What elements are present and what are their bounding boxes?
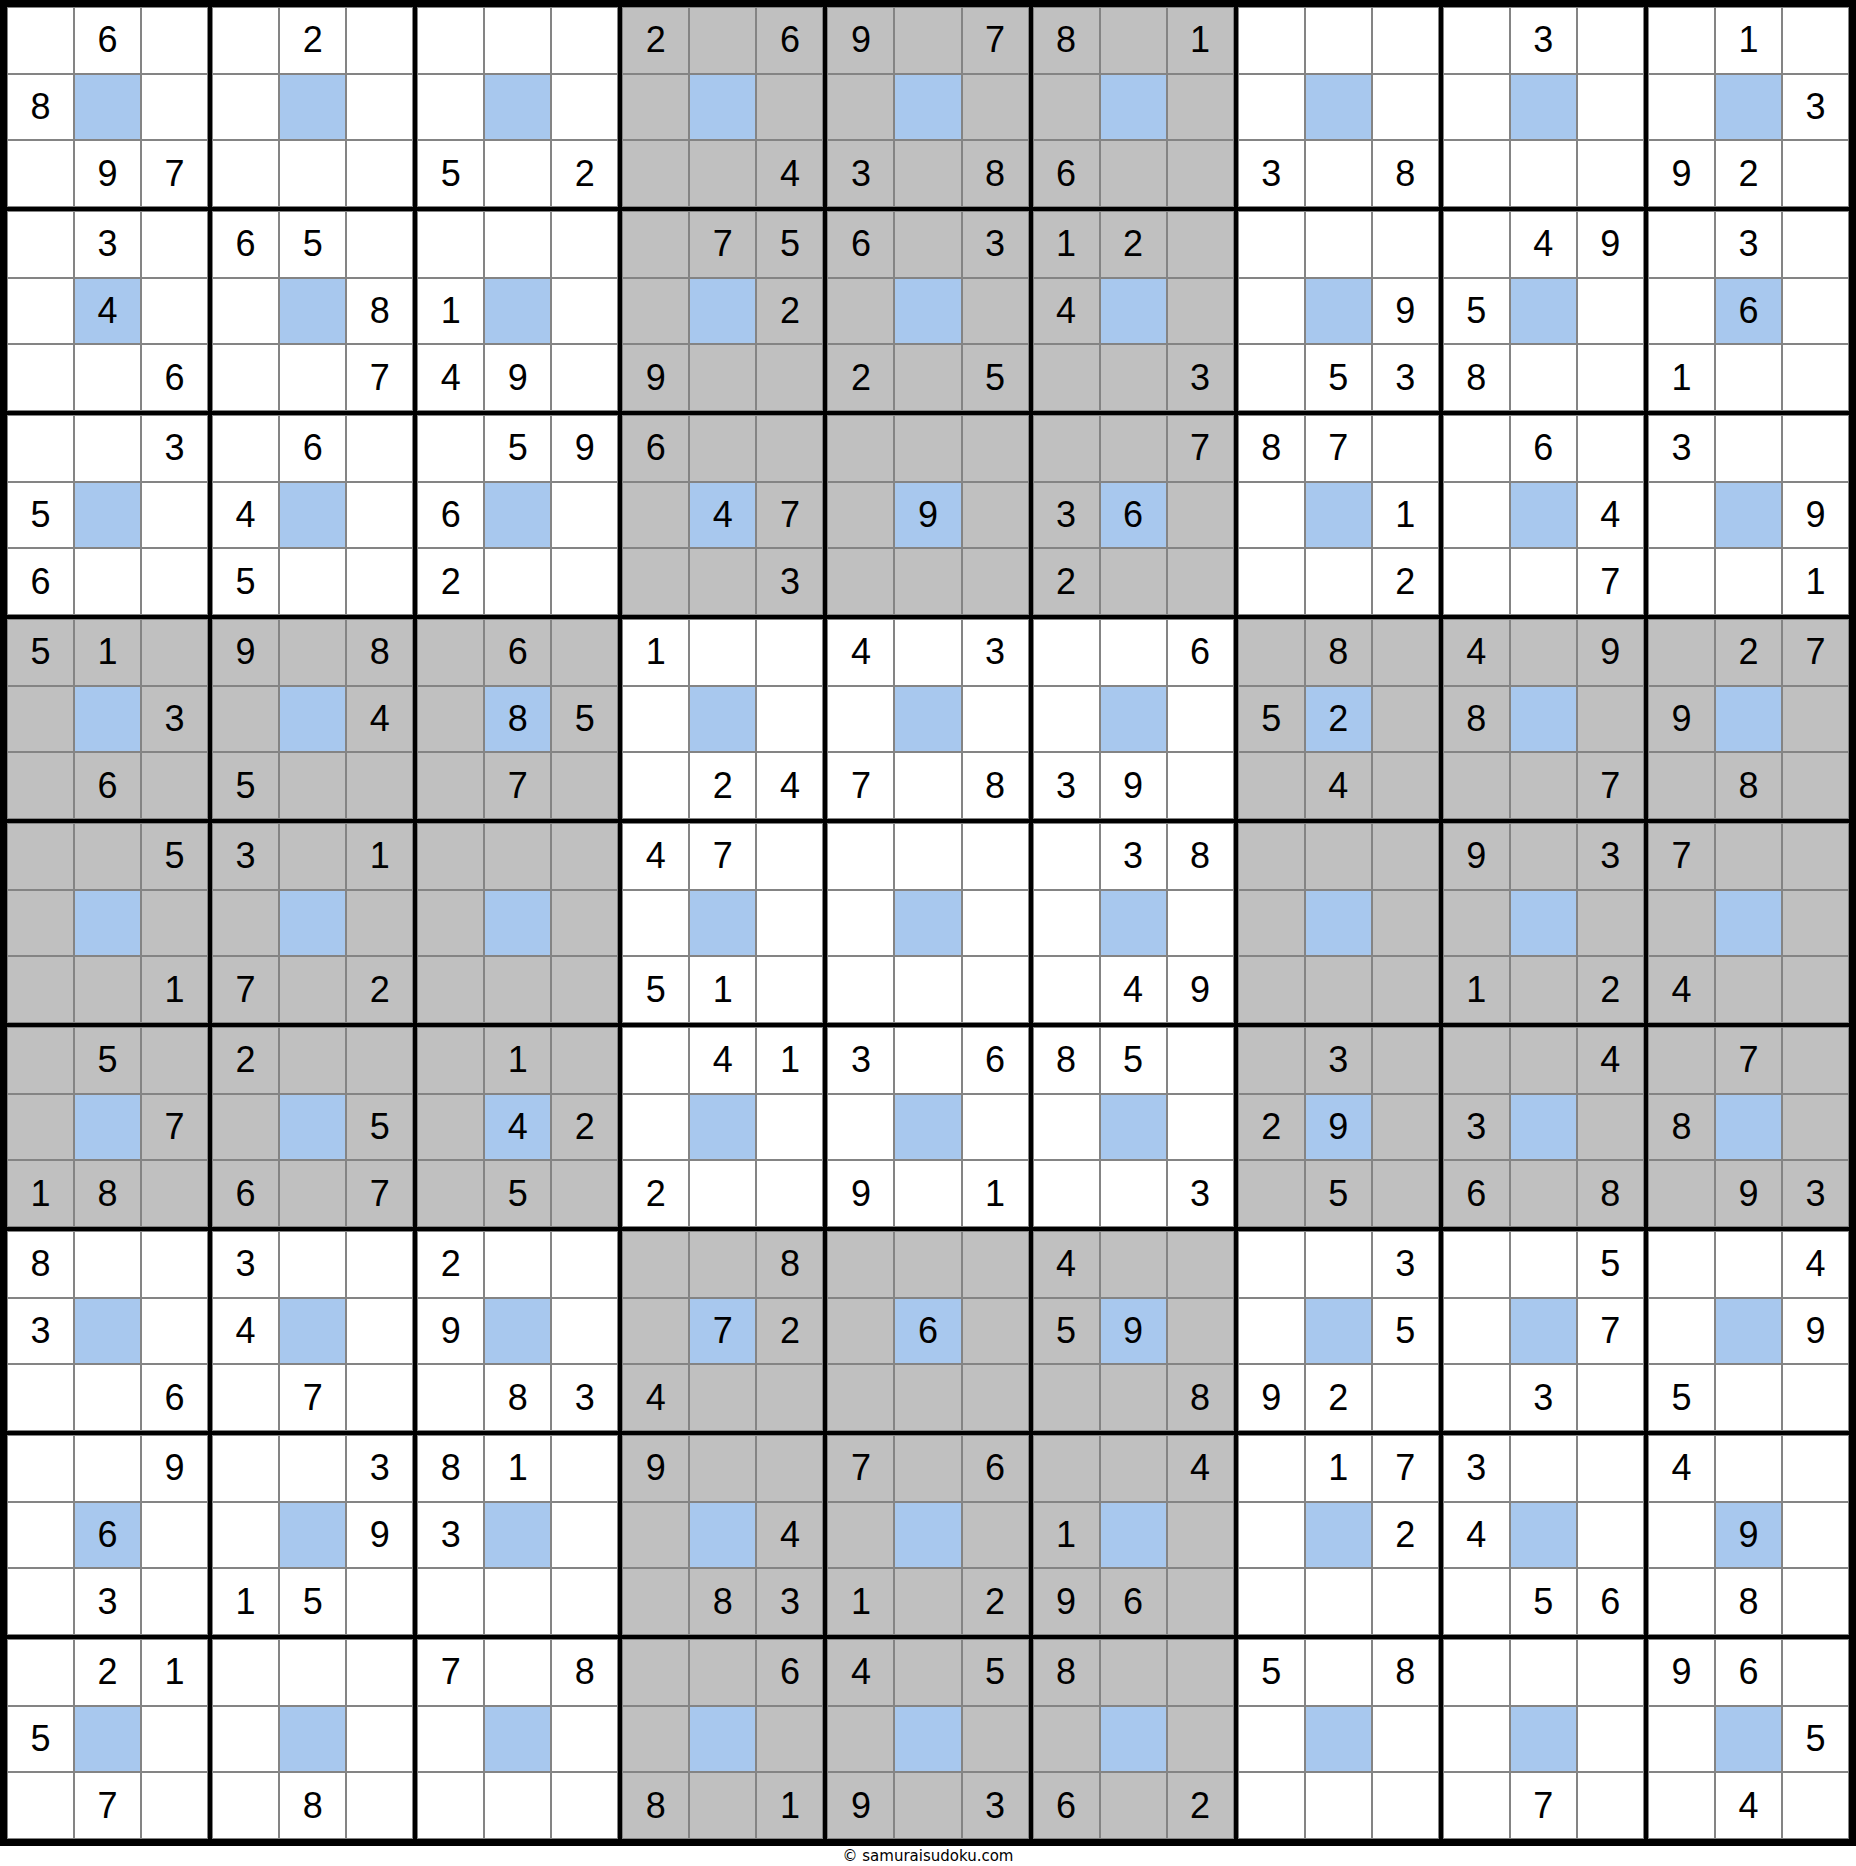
cell-r13-c15[interactable] [962, 823, 1029, 890]
cell-r8-c1[interactable]: 5 [7, 482, 74, 549]
cell-r2-c17[interactable] [1100, 74, 1167, 141]
cell-r8-c8[interactable] [484, 482, 551, 549]
cell-r8-c9[interactable] [551, 482, 618, 549]
cell-r20-c6[interactable] [346, 1298, 413, 1365]
cell-r23-c5[interactable] [279, 1502, 346, 1569]
cell-r21-c9[interactable]: 3 [551, 1364, 618, 1431]
cell-r25-c18[interactable] [1167, 1639, 1234, 1706]
cell-r22-c17[interactable] [1100, 1435, 1167, 1502]
cell-r6-c6[interactable]: 7 [346, 344, 413, 411]
cell-r13-c14[interactable] [894, 823, 961, 890]
cell-r22-c8[interactable]: 1 [484, 1435, 551, 1502]
cell-r18-c24[interactable]: 8 [1577, 1160, 1644, 1227]
cell-r21-c16[interactable] [1033, 1364, 1100, 1431]
cell-r5-c15[interactable] [962, 278, 1029, 345]
cell-r24-c5[interactable]: 5 [279, 1568, 346, 1635]
cell-r25-c2[interactable]: 2 [74, 1639, 141, 1706]
cell-r4-c1[interactable] [7, 211, 74, 278]
cell-r17-c11[interactable] [689, 1094, 756, 1161]
cell-r24-c1[interactable] [7, 1568, 74, 1635]
cell-r15-c24[interactable]: 2 [1577, 956, 1644, 1023]
cell-r25-c22[interactable] [1443, 1639, 1510, 1706]
cell-r2-c18[interactable] [1167, 74, 1234, 141]
cell-r20-c10[interactable] [622, 1298, 689, 1365]
cell-r10-c16[interactable] [1033, 619, 1100, 686]
cell-r13-c1[interactable] [7, 823, 74, 890]
cell-r24-c2[interactable]: 3 [74, 1568, 141, 1635]
cell-r7-c22[interactable] [1443, 415, 1510, 482]
cell-r26-c19[interactable] [1238, 1706, 1305, 1773]
cell-r3-c11[interactable] [689, 140, 756, 207]
cell-r15-c10[interactable]: 5 [622, 956, 689, 1023]
cell-r21-c15[interactable] [962, 1364, 1029, 1431]
cell-r17-c19[interactable]: 2 [1238, 1094, 1305, 1161]
cell-r5-c5[interactable] [279, 278, 346, 345]
cell-r12-c1[interactable] [7, 752, 74, 819]
cell-r14-c14[interactable] [894, 890, 961, 957]
cell-r6-c16[interactable] [1033, 344, 1100, 411]
cell-r25-c17[interactable] [1100, 1639, 1167, 1706]
cell-r11-c14[interactable] [894, 686, 961, 753]
cell-r16-c10[interactable] [622, 1027, 689, 1094]
cell-r12-c24[interactable]: 7 [1577, 752, 1644, 819]
cell-r26-c7[interactable] [417, 1706, 484, 1773]
cell-r17-c3[interactable]: 7 [141, 1094, 208, 1161]
cell-r18-c15[interactable]: 1 [962, 1160, 1029, 1227]
cell-r12-c16[interactable]: 3 [1033, 752, 1100, 819]
cell-r19-c1[interactable]: 8 [7, 1231, 74, 1298]
cell-r5-c7[interactable]: 1 [417, 278, 484, 345]
cell-r24-c13[interactable]: 1 [827, 1568, 894, 1635]
cell-r16-c13[interactable]: 3 [827, 1027, 894, 1094]
cell-r24-c7[interactable] [417, 1568, 484, 1635]
cell-r15-c2[interactable] [74, 956, 141, 1023]
cell-r4-c6[interactable] [346, 211, 413, 278]
cell-r18-c22[interactable]: 6 [1443, 1160, 1510, 1227]
cell-r23-c16[interactable]: 1 [1033, 1502, 1100, 1569]
cell-r7-c6[interactable] [346, 415, 413, 482]
cell-r20-c3[interactable] [141, 1298, 208, 1365]
cell-r10-c21[interactable] [1372, 619, 1439, 686]
cell-r18-c10[interactable]: 2 [622, 1160, 689, 1227]
cell-r5-c22[interactable]: 5 [1443, 278, 1510, 345]
cell-r22-c3[interactable]: 9 [141, 1435, 208, 1502]
cell-r23-c27[interactable] [1782, 1502, 1849, 1569]
cell-r21-c2[interactable] [74, 1364, 141, 1431]
cell-r1-c6[interactable] [346, 7, 413, 74]
cell-r21-c24[interactable] [1577, 1364, 1644, 1431]
cell-r7-c18[interactable]: 7 [1167, 415, 1234, 482]
cell-r11-c18[interactable] [1167, 686, 1234, 753]
cell-r25-c25[interactable]: 9 [1648, 1639, 1715, 1706]
cell-r11-c9[interactable]: 5 [551, 686, 618, 753]
cell-r1-c20[interactable] [1305, 7, 1372, 74]
cell-r4-c4[interactable]: 6 [212, 211, 279, 278]
cell-r20-c23[interactable] [1510, 1298, 1577, 1365]
cell-r21-c26[interactable] [1715, 1364, 1782, 1431]
cell-r4-c16[interactable]: 1 [1033, 211, 1100, 278]
cell-r27-c1[interactable] [7, 1772, 74, 1839]
cell-r5-c14[interactable] [894, 278, 961, 345]
cell-r8-c24[interactable]: 4 [1577, 482, 1644, 549]
cell-r9-c13[interactable] [827, 548, 894, 615]
cell-r17-c21[interactable] [1372, 1094, 1439, 1161]
cell-r13-c6[interactable]: 1 [346, 823, 413, 890]
cell-r15-c13[interactable] [827, 956, 894, 1023]
cell-r4-c10[interactable] [622, 211, 689, 278]
cell-r25-c11[interactable] [689, 1639, 756, 1706]
cell-r9-c17[interactable] [1100, 548, 1167, 615]
cell-r25-c1[interactable] [7, 1639, 74, 1706]
cell-r25-c6[interactable] [346, 1639, 413, 1706]
cell-r20-c15[interactable] [962, 1298, 1029, 1365]
cell-r1-c24[interactable] [1577, 7, 1644, 74]
cell-r16-c8[interactable]: 1 [484, 1027, 551, 1094]
cell-r25-c7[interactable]: 7 [417, 1639, 484, 1706]
cell-r27-c27[interactable] [1782, 1772, 1849, 1839]
cell-r21-c1[interactable] [7, 1364, 74, 1431]
cell-r20-c2[interactable] [74, 1298, 141, 1365]
cell-r27-c15[interactable]: 3 [962, 1772, 1029, 1839]
cell-r6-c2[interactable] [74, 344, 141, 411]
cell-r13-c10[interactable]: 4 [622, 823, 689, 890]
cell-r13-c13[interactable] [827, 823, 894, 890]
cell-r8-c2[interactable] [74, 482, 141, 549]
cell-r13-c22[interactable]: 9 [1443, 823, 1510, 890]
cell-r8-c4[interactable]: 4 [212, 482, 279, 549]
cell-r24-c12[interactable]: 3 [756, 1568, 823, 1635]
cell-r18-c19[interactable] [1238, 1160, 1305, 1227]
cell-r23-c23[interactable] [1510, 1502, 1577, 1569]
cell-r21-c7[interactable] [417, 1364, 484, 1431]
cell-r23-c8[interactable] [484, 1502, 551, 1569]
cell-r15-c8[interactable] [484, 956, 551, 1023]
cell-r1-c21[interactable] [1372, 7, 1439, 74]
cell-r5-c17[interactable] [1100, 278, 1167, 345]
cell-r5-c21[interactable]: 9 [1372, 278, 1439, 345]
cell-r27-c3[interactable] [141, 1772, 208, 1839]
cell-r17-c14[interactable] [894, 1094, 961, 1161]
cell-r14-c18[interactable] [1167, 890, 1234, 957]
cell-r17-c15[interactable] [962, 1094, 1029, 1161]
cell-r15-c23[interactable] [1510, 956, 1577, 1023]
cell-r16-c21[interactable] [1372, 1027, 1439, 1094]
cell-r25-c15[interactable]: 5 [962, 1639, 1029, 1706]
cell-r18-c5[interactable] [279, 1160, 346, 1227]
cell-r3-c3[interactable]: 7 [141, 140, 208, 207]
cell-r23-c20[interactable] [1305, 1502, 1372, 1569]
cell-r9-c23[interactable] [1510, 548, 1577, 615]
cell-r21-c14[interactable] [894, 1364, 961, 1431]
cell-r14-c12[interactable] [756, 890, 823, 957]
cell-r23-c9[interactable] [551, 1502, 618, 1569]
cell-r23-c14[interactable] [894, 1502, 961, 1569]
cell-r17-c12[interactable] [756, 1094, 823, 1161]
cell-r1-c15[interactable]: 7 [962, 7, 1029, 74]
cell-r27-c14[interactable] [894, 1772, 961, 1839]
cell-r8-c5[interactable] [279, 482, 346, 549]
cell-r22-c26[interactable] [1715, 1435, 1782, 1502]
cell-r11-c15[interactable] [962, 686, 1029, 753]
cell-r11-c2[interactable] [74, 686, 141, 753]
cell-r4-c15[interactable]: 3 [962, 211, 1029, 278]
cell-r17-c7[interactable] [417, 1094, 484, 1161]
cell-r7-c10[interactable]: 6 [622, 415, 689, 482]
cell-r22-c24[interactable] [1577, 1435, 1644, 1502]
cell-r19-c12[interactable]: 8 [756, 1231, 823, 1298]
cell-r20-c12[interactable]: 2 [756, 1298, 823, 1365]
cell-r1-c12[interactable]: 6 [756, 7, 823, 74]
cell-r4-c17[interactable]: 2 [1100, 211, 1167, 278]
cell-r12-c12[interactable]: 4 [756, 752, 823, 819]
cell-r25-c14[interactable] [894, 1639, 961, 1706]
cell-r15-c12[interactable] [756, 956, 823, 1023]
cell-r22-c23[interactable] [1510, 1435, 1577, 1502]
cell-r9-c11[interactable] [689, 548, 756, 615]
cell-r5-c16[interactable]: 4 [1033, 278, 1100, 345]
cell-r10-c17[interactable] [1100, 619, 1167, 686]
cell-r21-c11[interactable] [689, 1364, 756, 1431]
cell-r9-c5[interactable] [279, 548, 346, 615]
cell-r21-c8[interactable]: 8 [484, 1364, 551, 1431]
cell-r13-c27[interactable] [1782, 823, 1849, 890]
cell-r22-c21[interactable]: 7 [1372, 1435, 1439, 1502]
cell-r26-c12[interactable] [756, 1706, 823, 1773]
cell-r17-c16[interactable] [1033, 1094, 1100, 1161]
cell-r2-c7[interactable] [417, 74, 484, 141]
cell-r6-c14[interactable] [894, 344, 961, 411]
cell-r13-c23[interactable] [1510, 823, 1577, 890]
cell-r6-c12[interactable] [756, 344, 823, 411]
cell-r19-c2[interactable] [74, 1231, 141, 1298]
cell-r17-c24[interactable] [1577, 1094, 1644, 1161]
cell-r1-c9[interactable] [551, 7, 618, 74]
cell-r14-c10[interactable] [622, 890, 689, 957]
cell-r26-c16[interactable] [1033, 1706, 1100, 1773]
cell-r5-c26[interactable]: 6 [1715, 278, 1782, 345]
cell-r20-c17[interactable]: 9 [1100, 1298, 1167, 1365]
cell-r22-c6[interactable]: 3 [346, 1435, 413, 1502]
cell-r15-c5[interactable] [279, 956, 346, 1023]
cell-r14-c7[interactable] [417, 890, 484, 957]
cell-r2-c24[interactable] [1577, 74, 1644, 141]
cell-r1-c14[interactable] [894, 7, 961, 74]
cell-r27-c8[interactable] [484, 1772, 551, 1839]
cell-r23-c21[interactable]: 2 [1372, 1502, 1439, 1569]
cell-r20-c27[interactable]: 9 [1782, 1298, 1849, 1365]
cell-r9-c21[interactable]: 2 [1372, 548, 1439, 615]
cell-r12-c11[interactable]: 2 [689, 752, 756, 819]
cell-r22-c10[interactable]: 9 [622, 1435, 689, 1502]
cell-r2-c2[interactable] [74, 74, 141, 141]
cell-r2-c13[interactable] [827, 74, 894, 141]
cell-r5-c4[interactable] [212, 278, 279, 345]
cell-r8-c27[interactable]: 9 [1782, 482, 1849, 549]
cell-r3-c24[interactable] [1577, 140, 1644, 207]
cell-r2-c22[interactable] [1443, 74, 1510, 141]
cell-r20-c5[interactable] [279, 1298, 346, 1365]
cell-r19-c17[interactable] [1100, 1231, 1167, 1298]
cell-r12-c23[interactable] [1510, 752, 1577, 819]
cell-r8-c7[interactable]: 6 [417, 482, 484, 549]
cell-r3-c15[interactable]: 8 [962, 140, 1029, 207]
cell-r19-c5[interactable] [279, 1231, 346, 1298]
cell-r26-c9[interactable] [551, 1706, 618, 1773]
cell-r23-c6[interactable]: 9 [346, 1502, 413, 1569]
cell-r3-c14[interactable] [894, 140, 961, 207]
cell-r25-c3[interactable]: 1 [141, 1639, 208, 1706]
cell-r5-c1[interactable] [7, 278, 74, 345]
cell-r27-c25[interactable] [1648, 1772, 1715, 1839]
cell-r8-c23[interactable] [1510, 482, 1577, 549]
cell-r22-c25[interactable]: 4 [1648, 1435, 1715, 1502]
cell-r17-c2[interactable] [74, 1094, 141, 1161]
cell-r4-c8[interactable] [484, 211, 551, 278]
cell-r2-c14[interactable] [894, 74, 961, 141]
cell-r11-c19[interactable]: 5 [1238, 686, 1305, 753]
cell-r1-c8[interactable] [484, 7, 551, 74]
cell-r12-c13[interactable]: 7 [827, 752, 894, 819]
cell-r14-c11[interactable] [689, 890, 756, 957]
cell-r12-c15[interactable]: 8 [962, 752, 1029, 819]
cell-r3-c7[interactable]: 5 [417, 140, 484, 207]
cell-r21-c10[interactable]: 4 [622, 1364, 689, 1431]
cell-r21-c13[interactable] [827, 1364, 894, 1431]
cell-r7-c12[interactable] [756, 415, 823, 482]
cell-r17-c5[interactable] [279, 1094, 346, 1161]
cell-r19-c21[interactable]: 3 [1372, 1231, 1439, 1298]
cell-r24-c9[interactable] [551, 1568, 618, 1635]
cell-r14-c6[interactable] [346, 890, 413, 957]
cell-r26-c5[interactable] [279, 1706, 346, 1773]
cell-r10-c10[interactable]: 1 [622, 619, 689, 686]
cell-r21-c25[interactable]: 5 [1648, 1364, 1715, 1431]
cell-r25-c16[interactable]: 8 [1033, 1639, 1100, 1706]
cell-r2-c26[interactable] [1715, 74, 1782, 141]
cell-r26-c23[interactable] [1510, 1706, 1577, 1773]
cell-r7-c23[interactable]: 6 [1510, 415, 1577, 482]
cell-r13-c11[interactable]: 7 [689, 823, 756, 890]
cell-r22-c1[interactable] [7, 1435, 74, 1502]
cell-r17-c1[interactable] [7, 1094, 74, 1161]
cell-r15-c20[interactable] [1305, 956, 1372, 1023]
cell-r5-c20[interactable] [1305, 278, 1372, 345]
cell-r6-c20[interactable]: 5 [1305, 344, 1372, 411]
cell-r12-c3[interactable] [141, 752, 208, 819]
cell-r12-c27[interactable] [1782, 752, 1849, 819]
cell-r6-c8[interactable]: 9 [484, 344, 551, 411]
cell-r15-c26[interactable] [1715, 956, 1782, 1023]
cell-r4-c13[interactable]: 6 [827, 211, 894, 278]
cell-r8-c25[interactable] [1648, 482, 1715, 549]
cell-r10-c19[interactable] [1238, 619, 1305, 686]
cell-r7-c5[interactable]: 6 [279, 415, 346, 482]
cell-r9-c6[interactable] [346, 548, 413, 615]
cell-r26-c27[interactable]: 5 [1782, 1706, 1849, 1773]
cell-r22-c27[interactable] [1782, 1435, 1849, 1502]
cell-r19-c6[interactable] [346, 1231, 413, 1298]
cell-r26-c13[interactable] [827, 1706, 894, 1773]
cell-r24-c21[interactable] [1372, 1568, 1439, 1635]
cell-r10-c5[interactable] [279, 619, 346, 686]
cell-r16-c6[interactable] [346, 1027, 413, 1094]
cell-r11-c20[interactable]: 2 [1305, 686, 1372, 753]
cell-r22-c11[interactable] [689, 1435, 756, 1502]
cell-r3-c23[interactable] [1510, 140, 1577, 207]
cell-r5-c8[interactable] [484, 278, 551, 345]
cell-r14-c24[interactable] [1577, 890, 1644, 957]
cell-r8-c15[interactable] [962, 482, 1029, 549]
cell-r3-c5[interactable] [279, 140, 346, 207]
cell-r13-c4[interactable]: 3 [212, 823, 279, 890]
cell-r19-c8[interactable] [484, 1231, 551, 1298]
cell-r13-c8[interactable] [484, 823, 551, 890]
cell-r18-c13[interactable]: 9 [827, 1160, 894, 1227]
cell-r20-c18[interactable] [1167, 1298, 1234, 1365]
cell-r23-c15[interactable] [962, 1502, 1029, 1569]
cell-r10-c11[interactable] [689, 619, 756, 686]
cell-r5-c19[interactable] [1238, 278, 1305, 345]
cell-r19-c25[interactable] [1648, 1231, 1715, 1298]
cell-r7-c24[interactable] [1577, 415, 1644, 482]
cell-r7-c21[interactable] [1372, 415, 1439, 482]
cell-r17-c20[interactable]: 9 [1305, 1094, 1372, 1161]
cell-r1-c26[interactable]: 1 [1715, 7, 1782, 74]
cell-r16-c20[interactable]: 3 [1305, 1027, 1372, 1094]
cell-r27-c12[interactable]: 1 [756, 1772, 823, 1839]
cell-r27-c11[interactable] [689, 1772, 756, 1839]
cell-r15-c17[interactable]: 4 [1100, 956, 1167, 1023]
cell-r27-c2[interactable]: 7 [74, 1772, 141, 1839]
cell-r16-c25[interactable] [1648, 1027, 1715, 1094]
cell-r2-c1[interactable]: 8 [7, 74, 74, 141]
cell-r25-c24[interactable] [1577, 1639, 1644, 1706]
cell-r13-c24[interactable]: 3 [1577, 823, 1644, 890]
cell-r2-c16[interactable] [1033, 74, 1100, 141]
cell-r15-c22[interactable]: 1 [1443, 956, 1510, 1023]
cell-r16-c19[interactable] [1238, 1027, 1305, 1094]
cell-r20-c20[interactable] [1305, 1298, 1372, 1365]
cell-r3-c20[interactable] [1305, 140, 1372, 207]
cell-r8-c16[interactable]: 3 [1033, 482, 1100, 549]
cell-r5-c12[interactable]: 2 [756, 278, 823, 345]
cell-r6-c22[interactable]: 8 [1443, 344, 1510, 411]
cell-r15-c3[interactable]: 1 [141, 956, 208, 1023]
cell-r26-c1[interactable]: 5 [7, 1706, 74, 1773]
cell-r10-c26[interactable]: 2 [1715, 619, 1782, 686]
cell-r26-c18[interactable] [1167, 1706, 1234, 1773]
cell-r25-c27[interactable] [1782, 1639, 1849, 1706]
cell-r6-c15[interactable]: 5 [962, 344, 1029, 411]
cell-r9-c14[interactable] [894, 548, 961, 615]
cell-r1-c13[interactable]: 9 [827, 7, 894, 74]
cell-r1-c10[interactable]: 2 [622, 7, 689, 74]
cell-r14-c1[interactable] [7, 890, 74, 957]
cell-r16-c26[interactable]: 7 [1715, 1027, 1782, 1094]
cell-r13-c18[interactable]: 8 [1167, 823, 1234, 890]
cell-r22-c20[interactable]: 1 [1305, 1435, 1372, 1502]
cell-r26-c2[interactable] [74, 1706, 141, 1773]
cell-r3-c13[interactable]: 3 [827, 140, 894, 207]
cell-r23-c19[interactable] [1238, 1502, 1305, 1569]
cell-r27-c21[interactable] [1372, 1772, 1439, 1839]
cell-r10-c23[interactable] [1510, 619, 1577, 686]
cell-r19-c9[interactable] [551, 1231, 618, 1298]
cell-r25-c19[interactable]: 5 [1238, 1639, 1305, 1706]
cell-r19-c10[interactable] [622, 1231, 689, 1298]
cell-r27-c5[interactable]: 8 [279, 1772, 346, 1839]
cell-r6-c1[interactable] [7, 344, 74, 411]
